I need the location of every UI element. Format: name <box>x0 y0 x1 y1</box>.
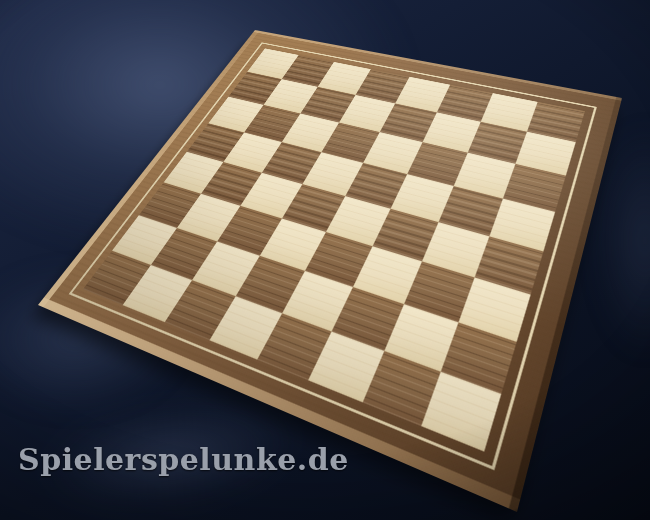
photo-scene: Spielerspelunke.de <box>0 0 650 520</box>
watermark-text: Spielerspelunke.de <box>18 442 349 477</box>
